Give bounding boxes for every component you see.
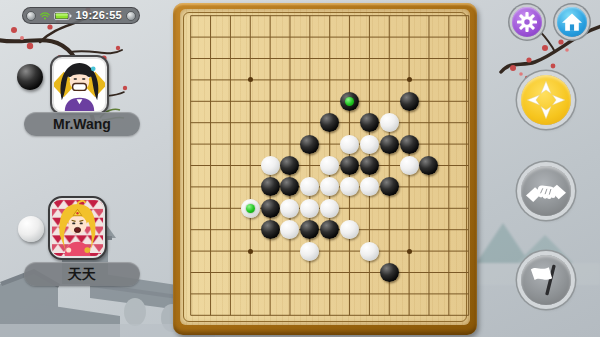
white-player-stone [18,216,44,242]
white-stone [261,156,280,175]
white-player-avatar-image [52,200,103,256]
settings-button[interactable] [512,7,542,37]
handshake-icon [526,176,566,206]
black-stone [340,156,359,175]
arrows-button[interactable] [521,75,571,125]
black-stone [261,220,280,239]
black-stone [400,135,419,154]
gomoku-board[interactable] [173,3,477,335]
star-point [248,249,253,254]
white-stone [300,199,319,218]
draw-offer-button[interactable] [521,166,571,216]
clock-time: 19:26:55 [76,8,122,23]
status-bar: 19:26:55 [22,7,140,24]
black-player-avatar[interactable] [50,55,109,115]
white-stone [360,135,379,154]
black-stone [261,199,280,218]
white-stone [320,199,339,218]
white-flag-icon [527,261,565,299]
last-move-marker [345,97,354,106]
home-button[interactable] [557,7,587,37]
last-move-marker [246,204,255,213]
black-stone [300,135,319,154]
black-stone [340,92,359,111]
battery-icon [54,10,72,22]
white-stone [360,242,379,261]
black-stone [261,177,280,196]
white-stone [380,113,399,132]
white-stone [340,135,359,154]
resign-button[interactable] [521,255,571,305]
right-knob-icon [126,11,136,21]
four-arrows-icon [524,78,568,122]
gear-icon [515,10,539,34]
black-stone [380,263,399,282]
left-knob-icon [26,11,36,21]
white-stone [300,242,319,261]
white-stone [400,156,419,175]
black-player-name: Mr.Wang [24,112,140,136]
black-player-avatar-image [54,59,105,111]
black-player-stone [17,64,43,90]
white-stone [241,199,260,218]
black-stone [380,135,399,154]
black-stone [400,92,419,111]
wifi-icon [40,10,50,22]
star-point [407,249,412,254]
home-icon [560,10,584,34]
black-stone [360,156,379,175]
black-stone [360,113,379,132]
white-player-avatar[interactable] [48,196,107,260]
white-player-name: 天天 [24,262,140,286]
game-screen: 19:26:55 [0,0,600,337]
